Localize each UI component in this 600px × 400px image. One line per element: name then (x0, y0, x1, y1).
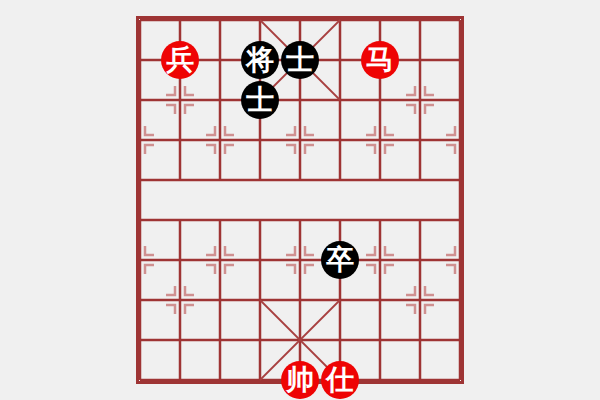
piece-black-advisor-2[interactable]: 士 (241, 81, 279, 119)
piece-black-advisor[interactable]: 士 (281, 41, 319, 79)
board-intersections[interactable]: 兵将士马士卒帅仕 (120, 0, 480, 400)
piece-black-general[interactable]: 将 (241, 41, 279, 79)
piece-red-soldier[interactable]: 兵 (161, 41, 199, 79)
xiangqi-board: 兵将士马士卒帅仕 (0, 0, 600, 400)
piece-red-general[interactable]: 帅 (281, 361, 319, 399)
piece-black-soldier[interactable]: 卒 (321, 241, 359, 279)
piece-red-horse[interactable]: 马 (361, 41, 399, 79)
piece-red-advisor[interactable]: 仕 (321, 361, 359, 399)
